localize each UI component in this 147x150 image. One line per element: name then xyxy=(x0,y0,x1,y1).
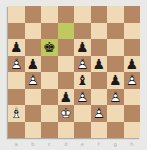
square-f2[interactable]: ♟♙ xyxy=(91,105,108,122)
black-king-piece[interactable]: ♚ xyxy=(41,39,58,56)
square-f1[interactable] xyxy=(91,122,108,139)
black-pawn-piece[interactable]: ♟ xyxy=(58,89,75,106)
file-labels: abcdefgh xyxy=(8,140,140,148)
piece-glyph: ♚ xyxy=(41,39,58,56)
black-pawn-piece[interactable]: ♟ xyxy=(124,56,141,73)
black-pawn-piece[interactable]: ♟ xyxy=(25,56,42,73)
square-f4[interactable] xyxy=(91,72,108,89)
square-h2[interactable] xyxy=(124,105,141,122)
square-e5[interactable]: ♟♙ xyxy=(74,56,91,73)
square-c5[interactable] xyxy=(41,56,58,73)
square-b3[interactable] xyxy=(25,89,42,106)
chess-board: ♟♚♟♟♙♟♟♙♟♟♟♙♝♟♟♙♟♟♙♟♙♝♗♚♔♟♙ xyxy=(8,6,140,138)
square-d7[interactable] xyxy=(58,23,75,40)
square-h3[interactable] xyxy=(124,89,141,106)
piece-glyph: ♟ xyxy=(74,39,91,56)
white-pawn-piece[interactable]: ♟♙ xyxy=(107,89,124,106)
square-e8[interactable] xyxy=(74,6,91,23)
square-e1[interactable] xyxy=(74,122,91,139)
piece-glyph: ♟ xyxy=(25,56,42,73)
file-label-c: c xyxy=(41,140,58,148)
square-g2[interactable] xyxy=(107,105,124,122)
square-e6[interactable]: ♟ xyxy=(74,39,91,56)
square-f5[interactable]: ♟ xyxy=(91,56,108,73)
square-e7[interactable] xyxy=(74,23,91,40)
square-f8[interactable] xyxy=(91,6,108,23)
square-c7[interactable] xyxy=(41,23,58,40)
square-d4[interactable] xyxy=(58,72,75,89)
square-a3[interactable] xyxy=(8,89,25,106)
square-b2[interactable] xyxy=(25,105,42,122)
black-pawn-piece[interactable]: ♟ xyxy=(107,72,124,89)
file-label-d: d xyxy=(58,140,75,148)
white-pawn-piece[interactable]: ♟♙ xyxy=(8,56,25,73)
white-bishop-piece[interactable]: ♝♗ xyxy=(8,105,25,122)
square-f3[interactable] xyxy=(91,89,108,106)
piece-outline: ♙ xyxy=(74,56,91,73)
square-b5[interactable]: ♟ xyxy=(25,56,42,73)
square-a2[interactable]: ♝♗ xyxy=(8,105,25,122)
square-g8[interactable] xyxy=(107,6,124,23)
file-label-f: f xyxy=(91,140,108,148)
chess-app: { "game": "chess", "board": { "orientati… xyxy=(0,0,147,150)
square-e2[interactable] xyxy=(74,105,91,122)
piece-glyph: ♟ xyxy=(107,72,124,89)
square-a4[interactable] xyxy=(8,72,25,89)
square-c6[interactable]: ♚ xyxy=(41,39,58,56)
piece-outline: ♙ xyxy=(124,72,141,89)
square-b4[interactable]: ♟♙ xyxy=(25,72,42,89)
piece-glyph: ♟ xyxy=(91,56,108,73)
square-h5[interactable]: ♟ xyxy=(124,56,141,73)
square-g5[interactable] xyxy=(107,56,124,73)
file-label-e: e xyxy=(74,140,91,148)
square-d1[interactable] xyxy=(58,122,75,139)
square-a8[interactable] xyxy=(8,6,25,23)
square-d5[interactable] xyxy=(58,56,75,73)
file-label-g: g xyxy=(107,140,124,148)
black-pawn-piece[interactable]: ♟ xyxy=(91,56,108,73)
square-e3[interactable]: ♟♙ xyxy=(74,89,91,106)
square-c4[interactable] xyxy=(41,72,58,89)
square-h8[interactable] xyxy=(124,6,141,23)
square-a1[interactable] xyxy=(8,122,25,139)
square-d3[interactable]: ♟ xyxy=(58,89,75,106)
file-label-a: a xyxy=(8,140,25,148)
black-pawn-piece[interactable]: ♟ xyxy=(74,39,91,56)
piece-outline: ♙ xyxy=(91,105,108,122)
square-h1[interactable] xyxy=(124,122,141,139)
white-king-piece[interactable]: ♚♔ xyxy=(58,105,75,122)
piece-glyph: ♝ xyxy=(74,72,91,89)
square-f7[interactable] xyxy=(91,23,108,40)
square-g3[interactable]: ♟♙ xyxy=(107,89,124,106)
square-a6[interactable]: ♟ xyxy=(8,39,25,56)
square-c3[interactable] xyxy=(41,89,58,106)
white-pawn-piece[interactable]: ♟♙ xyxy=(91,105,108,122)
square-h6[interactable] xyxy=(124,39,141,56)
square-g6[interactable] xyxy=(107,39,124,56)
square-d2[interactable]: ♚♔ xyxy=(58,105,75,122)
square-h4[interactable]: ♟♙ xyxy=(124,72,141,89)
square-d6[interactable] xyxy=(58,39,75,56)
square-c2[interactable] xyxy=(41,105,58,122)
piece-glyph: ♟ xyxy=(58,89,75,106)
piece-outline: ♗ xyxy=(8,105,25,122)
piece-outline: ♙ xyxy=(25,72,42,89)
black-bishop-piece[interactable]: ♝ xyxy=(74,72,91,89)
square-e4[interactable]: ♝ xyxy=(74,72,91,89)
square-b1[interactable] xyxy=(25,122,42,139)
square-f6[interactable] xyxy=(91,39,108,56)
piece-outline: ♙ xyxy=(107,89,124,106)
square-g7[interactable] xyxy=(107,23,124,40)
file-label-b: b xyxy=(25,140,42,148)
piece-outline: ♙ xyxy=(74,89,91,106)
black-pawn-piece[interactable]: ♟ xyxy=(8,39,25,56)
square-d8[interactable] xyxy=(58,6,75,23)
square-b8[interactable] xyxy=(25,6,42,23)
square-g1[interactable] xyxy=(107,122,124,139)
square-a7[interactable] xyxy=(8,23,25,40)
file-label-h: h xyxy=(124,140,141,148)
square-g4[interactable]: ♟ xyxy=(107,72,124,89)
square-c1[interactable] xyxy=(41,122,58,139)
square-c8[interactable] xyxy=(41,6,58,23)
white-pawn-piece[interactable]: ♟♙ xyxy=(124,72,141,89)
piece-glyph: ♟ xyxy=(124,56,141,73)
square-h7[interactable] xyxy=(124,23,141,40)
white-pawn-piece[interactable]: ♟♙ xyxy=(74,89,91,106)
square-b7[interactable] xyxy=(25,23,42,40)
square-b6[interactable] xyxy=(25,39,42,56)
piece-outline: ♔ xyxy=(58,105,75,122)
piece-glyph: ♟ xyxy=(8,39,25,56)
square-a5[interactable]: ♟♙ xyxy=(8,56,25,73)
white-pawn-piece[interactable]: ♟♙ xyxy=(25,72,42,89)
piece-outline: ♙ xyxy=(8,56,25,73)
white-pawn-piece[interactable]: ♟♙ xyxy=(74,56,91,73)
